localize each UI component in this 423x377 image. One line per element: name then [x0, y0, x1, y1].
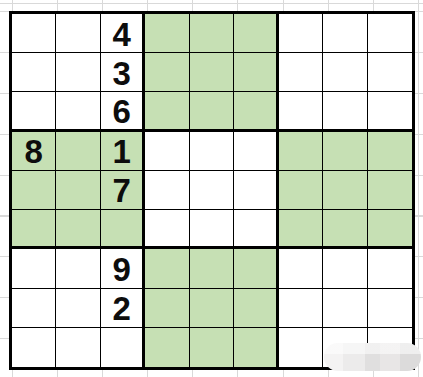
cell-r7c6[interactable]: [234, 249, 278, 288]
cell-r1c3[interactable]: 4: [101, 14, 145, 53]
cell-r1c2[interactable]: [56, 14, 100, 53]
cell-r8c2[interactable]: [56, 289, 100, 328]
cell-r1c7[interactable]: [279, 14, 323, 53]
cell-r1c6[interactable]: [234, 14, 278, 53]
cell-r7c4[interactable]: [145, 249, 189, 288]
cell-r5c3[interactable]: 7: [101, 171, 145, 210]
given-digit-r3c3: 6: [112, 95, 130, 128]
cell-r2c3[interactable]: 3: [101, 53, 145, 92]
cell-r6c1[interactable]: [12, 210, 56, 249]
cell-r5c4[interactable]: [145, 171, 189, 210]
cell-r2c1[interactable]: [12, 53, 56, 92]
cell-r3c4[interactable]: [145, 92, 189, 131]
cell-r2c4[interactable]: [145, 53, 189, 92]
cell-r7c3[interactable]: 9: [101, 249, 145, 288]
cell-r7c2[interactable]: [56, 249, 100, 288]
cell-r8c6[interactable]: [234, 289, 278, 328]
cell-r6c2[interactable]: [56, 210, 100, 249]
cell-r5c2[interactable]: [56, 171, 100, 210]
given-digit-r2c3: 3: [112, 57, 130, 90]
cell-r8c8[interactable]: [323, 289, 367, 328]
cell-r2c6[interactable]: [234, 53, 278, 92]
spreadsheet-top-gridline: [0, 3, 423, 4]
sudoku-board: 43681792: [9, 11, 415, 370]
cell-r4c5[interactable]: [190, 132, 234, 171]
cell-r1c1[interactable]: [12, 14, 56, 53]
cell-r7c1[interactable]: [12, 249, 56, 288]
cell-r7c7[interactable]: [279, 249, 323, 288]
cell-r3c9[interactable]: [368, 92, 412, 131]
cell-r5c8[interactable]: [323, 171, 367, 210]
cell-r6c8[interactable]: [323, 210, 367, 249]
cell-r8c1[interactable]: [12, 289, 56, 328]
given-digit-r5c3: 7: [112, 174, 130, 207]
given-digit-r4c1: 8: [25, 135, 43, 168]
cell-r4c8[interactable]: [323, 132, 367, 171]
sudoku-screenshot: 43681792: [0, 0, 423, 377]
cell-r4c3[interactable]: 1: [101, 132, 145, 171]
cell-r8c7[interactable]: [279, 289, 323, 328]
cell-r4c7[interactable]: [279, 132, 323, 171]
cell-r1c4[interactable]: [145, 14, 189, 53]
given-digit-r1c3: 4: [112, 18, 130, 51]
cell-r6c3[interactable]: [101, 210, 145, 249]
cell-r3c7[interactable]: [279, 92, 323, 131]
cell-r5c7[interactable]: [279, 171, 323, 210]
cell-r3c5[interactable]: [190, 92, 234, 131]
blurred-watermark: [324, 343, 421, 371]
cell-r5c1[interactable]: [12, 171, 56, 210]
cell-r4c4[interactable]: [145, 132, 189, 171]
cell-r1c5[interactable]: [190, 14, 234, 53]
cell-r4c1[interactable]: 8: [12, 132, 56, 171]
cell-r9c4[interactable]: [145, 328, 189, 367]
cell-r2c7[interactable]: [279, 53, 323, 92]
cell-r7c8[interactable]: [323, 249, 367, 288]
cell-r8c9[interactable]: [368, 289, 412, 328]
cell-r5c6[interactable]: [234, 171, 278, 210]
cell-r1c9[interactable]: [368, 14, 412, 53]
cell-r2c8[interactable]: [323, 53, 367, 92]
cell-r4c2[interactable]: [56, 132, 100, 171]
cell-r2c9[interactable]: [368, 53, 412, 92]
cell-r2c2[interactable]: [56, 53, 100, 92]
cell-r6c4[interactable]: [145, 210, 189, 249]
cell-r3c1[interactable]: [12, 92, 56, 131]
cell-r9c2[interactable]: [56, 328, 100, 367]
cell-r9c1[interactable]: [12, 328, 56, 367]
cell-r6c7[interactable]: [279, 210, 323, 249]
cell-r8c3[interactable]: 2: [101, 289, 145, 328]
cell-r9c6[interactable]: [234, 328, 278, 367]
cell-r4c6[interactable]: [234, 132, 278, 171]
cell-r3c2[interactable]: [56, 92, 100, 131]
cell-r8c5[interactable]: [190, 289, 234, 328]
cell-r5c5[interactable]: [190, 171, 234, 210]
cell-r1c8[interactable]: [323, 14, 367, 53]
given-digit-r7c3: 9: [112, 253, 130, 286]
cell-r3c3[interactable]: 6: [101, 92, 145, 131]
cell-r6c9[interactable]: [368, 210, 412, 249]
cell-r5c9[interactable]: [368, 171, 412, 210]
cell-r6c5[interactable]: [190, 210, 234, 249]
given-digit-r8c3: 2: [112, 292, 130, 325]
cell-r7c9[interactable]: [368, 249, 412, 288]
given-digit-r4c3: 1: [112, 135, 130, 168]
cell-r9c5[interactable]: [190, 328, 234, 367]
cell-r7c5[interactable]: [190, 249, 234, 288]
cell-r4c9[interactable]: [368, 132, 412, 171]
cell-r9c3[interactable]: [101, 328, 145, 367]
cell-r3c8[interactable]: [323, 92, 367, 131]
cell-r9c7[interactable]: [279, 328, 323, 367]
cell-r6c6[interactable]: [234, 210, 278, 249]
cell-r8c4[interactable]: [145, 289, 189, 328]
cell-r2c5[interactable]: [190, 53, 234, 92]
cell-r3c6[interactable]: [234, 92, 278, 131]
